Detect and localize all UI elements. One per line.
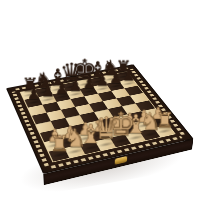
clasp-icon <box>115 156 127 165</box>
black-pawn-icon: ♟ <box>18 86 49 102</box>
chess-set-photo: ♜♞♝♛♚♝♞♜♟♟♟♟♟♟♟♟♟♟♟♟♟♟♟♟♜♞♝♛♚♝♞♜ <box>0 0 197 199</box>
white-rook-icon: ♜ <box>41 132 76 154</box>
